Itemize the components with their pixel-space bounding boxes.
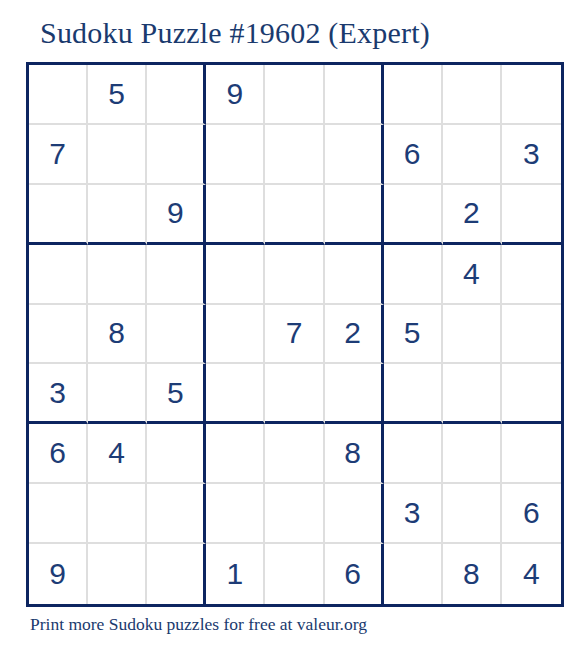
sudoku-page: Sudoku Puzzle #19602 (Expert) 5976392487…: [0, 0, 580, 651]
cell-r7c7: [384, 424, 443, 484]
cell-r4c5: [265, 245, 324, 305]
cell-r2c4: [206, 125, 265, 185]
cell-r1c2: 5: [88, 65, 147, 125]
cell-r4c6: [325, 245, 384, 305]
cell-r8c3: [147, 484, 206, 544]
sudoku-board: 597639248725356483691684: [26, 62, 564, 607]
cell-r9c5: [265, 544, 324, 604]
cell-r8c7: 3: [384, 484, 443, 544]
cell-r4c9: [502, 245, 561, 305]
cell-r4c8: 4: [443, 245, 502, 305]
cell-r8c1: [29, 484, 88, 544]
cell-r8c2: [88, 484, 147, 544]
cell-r7c8: [443, 424, 502, 484]
cell-r5c3: [147, 305, 206, 365]
cell-r3c3: 9: [147, 185, 206, 245]
cell-r3c4: [206, 185, 265, 245]
cell-r7c2: 4: [88, 424, 147, 484]
footer-text: Print more Sudoku puzzles for free at va…: [30, 614, 367, 635]
cell-r7c3: [147, 424, 206, 484]
cell-r2c3: [147, 125, 206, 185]
cell-r2c1: 7: [29, 125, 88, 185]
cell-r6c3: 5: [147, 364, 206, 424]
cell-r6c5: [265, 364, 324, 424]
cell-r9c6: 6: [325, 544, 384, 604]
cell-r2c6: [325, 125, 384, 185]
cell-r5c2: 8: [88, 305, 147, 365]
cell-r6c9: [502, 364, 561, 424]
cell-r1c7: [384, 65, 443, 125]
cell-r4c4: [206, 245, 265, 305]
cell-r2c7: 6: [384, 125, 443, 185]
cell-r4c2: [88, 245, 147, 305]
cell-r3c7: [384, 185, 443, 245]
cell-r3c1: [29, 185, 88, 245]
cell-r3c5: [265, 185, 324, 245]
cell-r2c9: 3: [502, 125, 561, 185]
cell-r7c5: [265, 424, 324, 484]
cell-r5c5: 7: [265, 305, 324, 365]
cell-r3c8: 2: [443, 185, 502, 245]
cell-r5c9: [502, 305, 561, 365]
cell-r2c2: [88, 125, 147, 185]
cell-r9c8: 8: [443, 544, 502, 604]
cell-r1c4: 9: [206, 65, 265, 125]
cell-r9c2: [88, 544, 147, 604]
cell-r3c9: [502, 185, 561, 245]
cell-r6c7: [384, 364, 443, 424]
cell-r6c1: 3: [29, 364, 88, 424]
cell-r6c4: [206, 364, 265, 424]
cell-r6c6: [325, 364, 384, 424]
cell-r9c1: 9: [29, 544, 88, 604]
cell-r9c4: 1: [206, 544, 265, 604]
cell-r6c8: [443, 364, 502, 424]
cell-r6c2: [88, 364, 147, 424]
cell-r2c5: [265, 125, 324, 185]
cell-r8c6: [325, 484, 384, 544]
cell-r9c9: 4: [502, 544, 561, 604]
cell-r7c1: 6: [29, 424, 88, 484]
page-title: Sudoku Puzzle #19602 (Expert): [40, 16, 430, 50]
cell-r5c6: 2: [325, 305, 384, 365]
cell-r4c3: [147, 245, 206, 305]
cell-r9c3: [147, 544, 206, 604]
cell-r8c5: [265, 484, 324, 544]
cell-r5c8: [443, 305, 502, 365]
cell-r8c8: [443, 484, 502, 544]
cell-r3c2: [88, 185, 147, 245]
cell-r5c7: 5: [384, 305, 443, 365]
cell-r2c8: [443, 125, 502, 185]
cell-r1c8: [443, 65, 502, 125]
cell-r7c6: 8: [325, 424, 384, 484]
cell-r1c1: [29, 65, 88, 125]
cell-r8c9: 6: [502, 484, 561, 544]
cell-r1c5: [265, 65, 324, 125]
cell-r9c7: [384, 544, 443, 604]
cell-r5c1: [29, 305, 88, 365]
cell-r3c6: [325, 185, 384, 245]
cell-r7c9: [502, 424, 561, 484]
cell-r7c4: [206, 424, 265, 484]
cell-r1c6: [325, 65, 384, 125]
cell-r1c9: [502, 65, 561, 125]
cell-r1c3: [147, 65, 206, 125]
cell-r8c4: [206, 484, 265, 544]
cell-r4c7: [384, 245, 443, 305]
cell-r5c4: [206, 305, 265, 365]
cell-r4c1: [29, 245, 88, 305]
